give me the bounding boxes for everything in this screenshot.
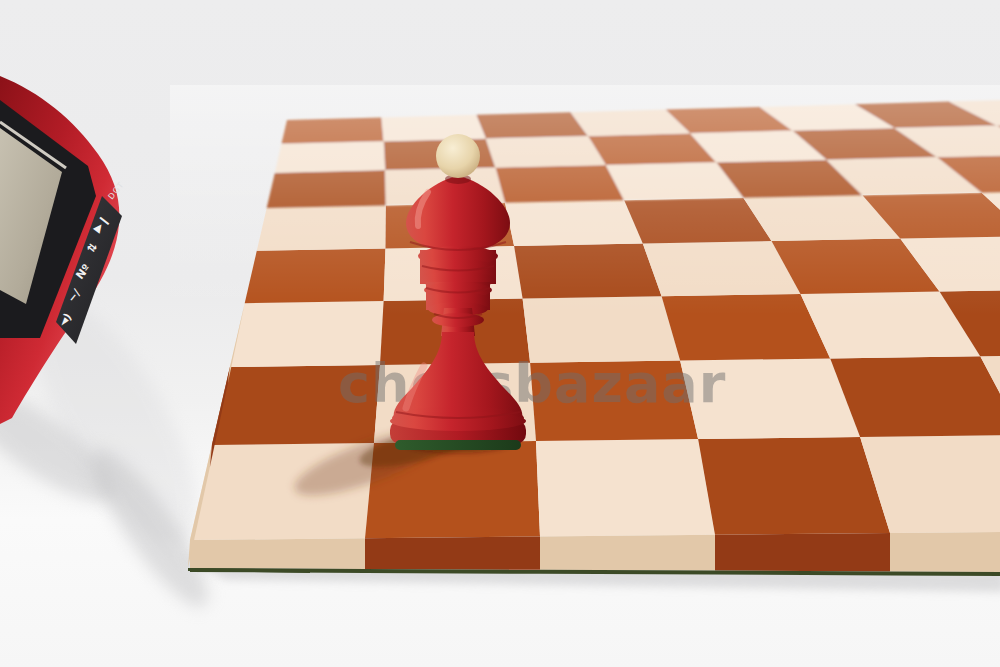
scene: chessbazaar <box>0 0 1000 667</box>
chess-clock: DGT ▶❙ ⇅ Nº −/ ◄) <box>0 0 1000 667</box>
